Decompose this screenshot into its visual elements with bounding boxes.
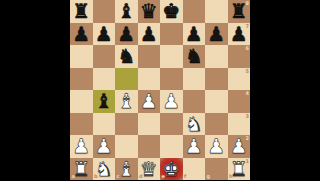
piece-black-pawn[interactable]: ♟ [230,23,248,45]
piece-black-queen[interactable]: ♛ [140,0,158,22]
square-b8[interactable] [93,0,116,23]
square-e8[interactable]: ♚ [160,0,183,23]
square-g2[interactable]: ♟ [205,135,228,158]
square-h4[interactable]: 4 [228,90,251,113]
piece-black-king[interactable]: ♚ [162,0,180,22]
square-d2[interactable] [138,135,161,158]
square-b2[interactable]: ♟ [93,135,116,158]
piece-black-rook[interactable]: ♜ [230,0,248,22]
square-c3[interactable] [115,113,138,136]
square-a8[interactable]: ♜ [70,0,93,23]
square-g1[interactable]: g [205,158,228,181]
piece-white-bishop[interactable]: ♝ [117,158,135,180]
square-f1[interactable]: f [183,158,206,181]
square-a3[interactable] [70,113,93,136]
right-letterbox-bar [250,0,320,180]
square-h2[interactable]: ♟2 [228,135,251,158]
square-c7[interactable]: ♟ [115,23,138,46]
square-b4[interactable]: ♝ [93,90,116,113]
square-d6[interactable] [138,45,161,68]
square-h5[interactable]: 5 [228,68,251,91]
piece-white-bishop[interactable]: ♝ [117,90,135,112]
square-d8[interactable]: ♛ [138,0,161,23]
left-letterbox-bar [0,0,70,180]
piece-white-pawn[interactable]: ♟ [162,90,180,112]
square-b5[interactable] [93,68,116,91]
square-f8[interactable] [183,0,206,23]
square-b1[interactable]: ♞b [93,158,116,181]
square-h1[interactable]: ♜1h [228,158,251,181]
square-f4[interactable] [183,90,206,113]
square-d5[interactable] [138,68,161,91]
square-d3[interactable] [138,113,161,136]
square-b6[interactable] [93,45,116,68]
square-c4[interactable]: ♝ [115,90,138,113]
square-a1[interactable]: ♜a [70,158,93,181]
square-h3[interactable]: 3 [228,113,251,136]
piece-black-knight[interactable]: ♞ [185,45,203,67]
square-c8[interactable]: ♝ [115,0,138,23]
square-e7[interactable] [160,23,183,46]
square-a6[interactable] [70,45,93,68]
square-a7[interactable]: ♟ [70,23,93,46]
chess-board[interactable]: ♜♝♛♚♜8♟♟♟♟♟♟♟7♞♞65♝♝♟♟4♞3♟♟♟♟♟2♜a♞b♝c♛d♚… [70,0,250,180]
square-f3[interactable]: ♞ [183,113,206,136]
piece-white-rook[interactable]: ♜ [72,158,90,180]
square-g8[interactable] [205,0,228,23]
square-h7[interactable]: ♟7 [228,23,251,46]
piece-white-pawn[interactable]: ♟ [185,135,203,157]
square-g4[interactable] [205,90,228,113]
coordinate-file-label: f [184,174,186,179]
piece-white-knight[interactable]: ♞ [95,158,113,180]
piece-black-pawn[interactable]: ♟ [185,23,203,45]
square-e6[interactable] [160,45,183,68]
piece-white-pawn[interactable]: ♟ [230,135,248,157]
coordinate-rank-label: 5 [246,69,249,74]
square-d7[interactable]: ♟ [138,23,161,46]
piece-white-king[interactable]: ♚ [162,158,180,180]
piece-white-rook[interactable]: ♜ [230,158,248,180]
piece-white-pawn[interactable]: ♟ [207,135,225,157]
piece-black-knight[interactable]: ♞ [117,45,135,67]
coordinate-file-label: g [207,174,211,179]
piece-black-bishop[interactable]: ♝ [117,0,135,22]
piece-black-pawn[interactable]: ♟ [95,23,113,45]
square-f7[interactable]: ♟ [183,23,206,46]
piece-black-pawn[interactable]: ♟ [117,23,135,45]
square-a4[interactable] [70,90,93,113]
square-c6[interactable]: ♞ [115,45,138,68]
square-c2[interactable] [115,135,138,158]
square-a5[interactable] [70,68,93,91]
square-b7[interactable]: ♟ [93,23,116,46]
piece-white-pawn[interactable]: ♟ [72,135,90,157]
square-d1[interactable]: ♛d [138,158,161,181]
square-a2[interactable]: ♟ [70,135,93,158]
square-e5[interactable] [160,68,183,91]
piece-white-pawn[interactable]: ♟ [140,90,158,112]
piece-black-pawn[interactable]: ♟ [207,23,225,45]
square-f6[interactable]: ♞ [183,45,206,68]
square-g7[interactable]: ♟ [205,23,228,46]
piece-white-knight[interactable]: ♞ [185,113,203,135]
piece-black-bishop[interactable]: ♝ [95,90,113,112]
square-e4[interactable]: ♟ [160,90,183,113]
piece-white-pawn[interactable]: ♟ [95,135,113,157]
piece-black-pawn[interactable]: ♟ [72,23,90,45]
square-g3[interactable] [205,113,228,136]
piece-black-pawn[interactable]: ♟ [140,23,158,45]
square-c1[interactable]: ♝c [115,158,138,181]
square-e1[interactable]: ♚e [160,158,183,181]
square-b3[interactable] [93,113,116,136]
square-e2[interactable] [160,135,183,158]
square-c5[interactable] [115,68,138,91]
piece-black-rook[interactable]: ♜ [72,0,90,22]
square-e3[interactable] [160,113,183,136]
square-g5[interactable] [205,68,228,91]
square-h8[interactable]: ♜8 [228,0,251,23]
coordinate-rank-label: 6 [246,46,249,51]
screenshot-stage: ♜♝♛♚♜8♟♟♟♟♟♟♟7♞♞65♝♝♟♟4♞3♟♟♟♟♟2♜a♞b♝c♛d♚… [0,0,320,180]
coordinate-rank-label: 3 [246,114,249,119]
square-f5[interactable] [183,68,206,91]
coordinate-rank-label: 4 [246,91,249,96]
square-f2[interactable]: ♟ [183,135,206,158]
square-d4[interactable]: ♟ [138,90,161,113]
square-g6[interactable] [205,45,228,68]
piece-white-queen[interactable]: ♛ [140,158,158,180]
square-h6[interactable]: 6 [228,45,251,68]
